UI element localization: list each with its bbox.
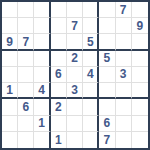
cell-r7c1-empty[interactable]: [2, 99, 18, 115]
cell-r8c5-empty[interactable]: [67, 116, 83, 132]
cell-r1c2-empty[interactable]: [18, 2, 34, 18]
cell-r3c4-empty[interactable]: [51, 34, 67, 50]
cell-r5c6-given-4[interactable]: 4: [83, 67, 99, 83]
cell-r9c4-given-1[interactable]: 1: [51, 132, 67, 148]
cell-r8c8-empty[interactable]: [116, 116, 132, 132]
cell-r9c3-empty[interactable]: [34, 132, 50, 148]
cell-r7c4-given-2[interactable]: 2: [51, 99, 67, 115]
cell-r1c6-empty[interactable]: [83, 2, 99, 18]
cell-r5c8-given-3[interactable]: 3: [116, 67, 132, 83]
cell-r8c1-empty[interactable]: [2, 116, 18, 132]
cell-r9c5-empty[interactable]: [67, 132, 83, 148]
cell-r1c4-empty[interactable]: [51, 2, 67, 18]
cell-r9c6-empty[interactable]: [83, 132, 99, 148]
cell-r1c8-given-7[interactable]: 7: [116, 2, 132, 18]
cell-r5c9-empty[interactable]: [132, 67, 148, 83]
cell-r3c9-empty[interactable]: [132, 34, 148, 50]
cell-r2c9-given-9[interactable]: 9: [132, 18, 148, 34]
cell-r9c1-empty[interactable]: [2, 132, 18, 148]
cell-r6c9-empty[interactable]: [132, 83, 148, 99]
cell-r2c4-empty[interactable]: [51, 18, 67, 34]
cell-r6c2-empty[interactable]: [18, 83, 34, 99]
cell-r7c6-empty[interactable]: [83, 99, 99, 115]
cell-r8c9-empty[interactable]: [132, 116, 148, 132]
cell-r2c8-empty[interactable]: [116, 18, 132, 34]
cell-r7c5-empty[interactable]: [67, 99, 83, 115]
cell-r4c3-empty[interactable]: [34, 51, 50, 67]
cell-r8c4-empty[interactable]: [51, 116, 67, 132]
cell-r2c2-empty[interactable]: [18, 18, 34, 34]
cell-r2c3-empty[interactable]: [34, 18, 50, 34]
cell-r3c6-given-5[interactable]: 5: [83, 34, 99, 50]
cell-r7c8-empty[interactable]: [116, 99, 132, 115]
cell-r8c2-empty[interactable]: [18, 116, 34, 132]
cell-r7c9-empty[interactable]: [132, 99, 148, 115]
cell-r1c3-empty[interactable]: [34, 2, 50, 18]
cell-r6c3-given-4[interactable]: 4: [34, 83, 50, 99]
cell-r3c3-empty[interactable]: [34, 34, 50, 50]
cell-r5c1-empty[interactable]: [2, 67, 18, 83]
cell-r9c2-empty[interactable]: [18, 132, 34, 148]
cell-r7c2-given-6[interactable]: 6: [18, 99, 34, 115]
cell-r3c1-given-9[interactable]: 9: [2, 34, 18, 50]
cell-r5c4-given-6[interactable]: 6: [51, 67, 67, 83]
cell-r3c2-given-7[interactable]: 7: [18, 34, 34, 50]
sudoku-board: 77997525643143621617: [0, 0, 150, 150]
cell-r3c5-empty[interactable]: [67, 34, 83, 50]
cell-r5c5-empty[interactable]: [67, 67, 83, 83]
cell-r6c6-empty[interactable]: [83, 83, 99, 99]
cell-r9c9-empty[interactable]: [132, 132, 148, 148]
cell-r9c8-empty[interactable]: [116, 132, 132, 148]
cell-r4c9-empty[interactable]: [132, 51, 148, 67]
cell-r2c5-given-7[interactable]: 7: [67, 18, 83, 34]
cell-r8c7-given-6[interactable]: 6: [99, 116, 115, 132]
cell-r9c7-given-7[interactable]: 7: [99, 132, 115, 148]
cell-r4c2-empty[interactable]: [18, 51, 34, 67]
cell-r8c6-empty[interactable]: [83, 116, 99, 132]
cell-r2c7-empty[interactable]: [99, 18, 115, 34]
cell-r4c5-given-2[interactable]: 2: [67, 51, 83, 67]
cell-r5c7-empty[interactable]: [99, 67, 115, 83]
cell-r1c1-empty[interactable]: [2, 2, 18, 18]
cell-r7c3-empty[interactable]: [34, 99, 50, 115]
cell-r1c9-empty[interactable]: [132, 2, 148, 18]
cell-r4c6-empty[interactable]: [83, 51, 99, 67]
cell-r1c5-empty[interactable]: [67, 2, 83, 18]
cell-r6c7-empty[interactable]: [99, 83, 115, 99]
cell-r2c1-empty[interactable]: [2, 18, 18, 34]
cell-r1c7-empty[interactable]: [99, 2, 115, 18]
cell-r4c8-empty[interactable]: [116, 51, 132, 67]
cell-r6c1-given-1[interactable]: 1: [2, 83, 18, 99]
cell-r7c7-empty[interactable]: [99, 99, 115, 115]
cell-r5c2-empty[interactable]: [18, 67, 34, 83]
cell-r5c3-empty[interactable]: [34, 67, 50, 83]
cell-r4c7-given-5[interactable]: 5: [99, 51, 115, 67]
cell-r6c4-empty[interactable]: [51, 83, 67, 99]
cell-r4c4-empty[interactable]: [51, 51, 67, 67]
cell-r8c3-given-1[interactable]: 1: [34, 116, 50, 132]
cell-r4c1-empty[interactable]: [2, 51, 18, 67]
cell-r2c6-empty[interactable]: [83, 18, 99, 34]
cell-r3c8-empty[interactable]: [116, 34, 132, 50]
cell-r3c7-empty[interactable]: [99, 34, 115, 50]
cell-r6c5-given-3[interactable]: 3: [67, 83, 83, 99]
cell-r6c8-empty[interactable]: [116, 83, 132, 99]
